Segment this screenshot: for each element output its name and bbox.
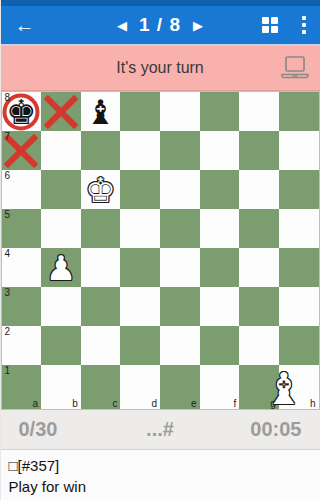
elapsed-timer: 00:05	[207, 418, 301, 441]
puzzle-navigation: ◀ 1 / 8 ▶	[117, 14, 203, 36]
square-a4[interactable]: 4	[2, 248, 42, 287]
mate-goal-indicator: ...#	[113, 418, 207, 441]
solved-counter: 0/30	[19, 418, 113, 441]
rank-label-8: 8	[5, 92, 11, 103]
puzzle-caption: □[#357] Play for win	[1, 450, 320, 500]
square-g4[interactable]	[239, 248, 279, 287]
square-b3[interactable]	[41, 287, 81, 326]
black-king-piece[interactable]: ♚	[6, 95, 36, 129]
puzzle-number: □[#357]	[9, 455, 312, 476]
square-b1[interactable]: b	[41, 365, 81, 409]
square-c1[interactable]: c	[81, 365, 121, 409]
rank-label-4: 4	[5, 248, 11, 259]
puzzle-counter: 1 / 8	[139, 14, 181, 36]
previous-puzzle-button[interactable]: ◀	[117, 19, 127, 32]
file-label-a: a	[33, 398, 39, 409]
puzzle-grid-icon[interactable]	[262, 17, 278, 33]
square-a8[interactable]: 8♚	[2, 92, 42, 131]
square-e2[interactable]	[160, 326, 200, 365]
square-g6[interactable]	[239, 170, 279, 209]
square-f6[interactable]	[200, 170, 240, 209]
square-g8[interactable]	[239, 92, 279, 131]
square-b5[interactable]	[41, 209, 81, 248]
black-bishop-piece[interactable]: ♝	[85, 95, 115, 129]
next-puzzle-button[interactable]: ▶	[193, 19, 203, 32]
square-g3[interactable]	[239, 287, 279, 326]
rank-label-5: 5	[5, 209, 11, 220]
file-label-h: h	[310, 398, 316, 409]
square-a1[interactable]: 1a	[2, 365, 42, 409]
square-b6[interactable]	[41, 170, 81, 209]
square-h5[interactable]	[279, 209, 319, 248]
square-h3[interactable]	[279, 287, 319, 326]
square-h2[interactable]	[279, 326, 319, 365]
square-e4[interactable]	[160, 248, 200, 287]
turn-banner-text: It's your turn	[116, 59, 204, 77]
square-e8[interactable]	[160, 92, 200, 131]
square-d1[interactable]: d	[120, 365, 160, 409]
square-h1[interactable]: h♝	[279, 365, 319, 409]
white-pawn-piece[interactable]: ♟	[46, 251, 76, 285]
square-b4[interactable]: ♟	[41, 248, 81, 287]
square-a6[interactable]: 6	[2, 170, 42, 209]
square-c3[interactable]	[81, 287, 121, 326]
app-window: ← ◀ 1 / 8 ▶ It's your turn 8♚♝76♚54♟321a…	[1, 0, 320, 500]
square-f2[interactable]	[200, 326, 240, 365]
file-label-e: e	[191, 398, 197, 409]
square-c8[interactable]: ♝	[81, 92, 121, 131]
square-g2[interactable]	[239, 326, 279, 365]
square-h4[interactable]	[279, 248, 319, 287]
status-bar: 0/30 ...# 00:05	[1, 410, 320, 450]
rank-label-7: 7	[5, 131, 11, 142]
square-a2[interactable]: 2	[2, 326, 42, 365]
white-bishop-piece[interactable]: ♝	[264, 367, 303, 411]
square-d3[interactable]	[120, 287, 160, 326]
square-h6[interactable]	[279, 170, 319, 209]
square-d2[interactable]	[120, 326, 160, 365]
toolbar-actions	[262, 14, 308, 36]
square-b8[interactable]	[41, 92, 81, 131]
turn-banner: It's your turn	[1, 44, 320, 91]
square-f5[interactable]	[200, 209, 240, 248]
square-f8[interactable]	[200, 92, 240, 131]
square-a7[interactable]: 7	[2, 131, 42, 170]
square-a3[interactable]: 3	[2, 287, 42, 326]
square-e7[interactable]	[160, 131, 200, 170]
square-h8[interactable]	[279, 92, 319, 131]
file-label-f: f	[233, 398, 236, 409]
red-x-mark	[41, 92, 81, 131]
square-d5[interactable]	[120, 209, 160, 248]
square-e5[interactable]	[160, 209, 200, 248]
file-label-c: c	[112, 398, 117, 409]
square-d4[interactable]	[120, 248, 160, 287]
puzzle-goal-text: Play for win	[9, 476, 312, 497]
app-toolbar: ← ◀ 1 / 8 ▶	[1, 6, 320, 44]
square-c4[interactable]	[81, 248, 121, 287]
rank-label-1: 1	[5, 365, 11, 376]
square-f7[interactable]	[200, 131, 240, 170]
file-label-b: b	[72, 398, 78, 409]
overflow-menu-icon[interactable]	[300, 14, 308, 36]
white-king-piece[interactable]: ♚	[85, 173, 115, 207]
rank-label-2: 2	[5, 326, 11, 337]
square-c6[interactable]: ♚	[81, 170, 121, 209]
rank-label-6: 6	[5, 170, 11, 181]
file-label-d: d	[151, 398, 157, 409]
back-button[interactable]: ←	[15, 15, 35, 35]
square-g7[interactable]	[239, 131, 279, 170]
square-a5[interactable]: 5	[2, 209, 42, 248]
square-c2[interactable]	[81, 326, 121, 365]
square-d6[interactable]	[120, 170, 160, 209]
square-c7[interactable]	[81, 131, 121, 170]
square-g5[interactable]	[239, 209, 279, 248]
square-f4[interactable]	[200, 248, 240, 287]
square-b2[interactable]	[41, 326, 81, 365]
square-f1[interactable]: f	[200, 365, 240, 409]
chess-board: 8♚♝76♚54♟321abcdefgh♝	[1, 91, 320, 410]
square-f3[interactable]	[200, 287, 240, 326]
square-c5[interactable]	[81, 209, 121, 248]
square-e3[interactable]	[160, 287, 200, 326]
square-d8[interactable]	[120, 92, 160, 131]
square-d7[interactable]	[120, 131, 160, 170]
rank-label-3: 3	[5, 287, 11, 298]
square-h7[interactable]	[279, 131, 319, 170]
square-b7[interactable]	[41, 131, 81, 170]
square-e1[interactable]: e	[160, 365, 200, 409]
square-e6[interactable]	[160, 170, 200, 209]
computer-icon[interactable]	[280, 55, 310, 85]
